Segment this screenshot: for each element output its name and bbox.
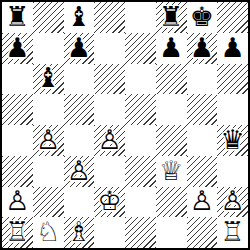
square-h4[interactable]: ♛ [217,125,248,156]
square-f2[interactable] [156,187,187,218]
square-h1[interactable]: ♖ [217,217,248,248]
black-bishop[interactable]: ♝ [67,3,91,30]
square-c8[interactable]: ♝ [64,2,95,33]
square-f5[interactable] [156,94,187,125]
white-pawn[interactable]: ♙ [36,126,60,153]
square-c6[interactable] [64,64,95,95]
white-king[interactable]: ♔ [98,187,122,214]
white-pawn[interactable]: ♙ [67,157,91,184]
square-a8[interactable]: ♜ [2,2,33,33]
square-f6[interactable] [156,64,187,95]
square-d6[interactable] [94,64,125,95]
white-queen[interactable]: ♕ [159,157,183,184]
square-f4[interactable] [156,125,187,156]
square-d8[interactable] [94,2,125,33]
square-e3[interactable] [125,156,156,187]
square-c7[interactable]: ♟ [64,33,95,64]
square-g2[interactable]: ♙ [187,187,218,218]
white-rook[interactable]: ♖ [5,218,29,245]
square-c1[interactable]: ♗ [64,217,95,248]
square-g6[interactable] [187,64,218,95]
square-f3[interactable]: ♕ [156,156,187,187]
square-d7[interactable] [94,33,125,64]
square-b2[interactable] [33,187,64,218]
square-a3[interactable] [2,156,33,187]
chess-diagram: ♜♝♜♚♟♟♟♟♟♝♙♙♛♙♕♙♔♙♙♖♘♗♖ [0,0,250,250]
square-c2[interactable] [64,187,95,218]
square-d2[interactable]: ♔ [94,187,125,218]
black-bishop[interactable]: ♝ [36,64,60,91]
square-d3[interactable] [94,156,125,187]
square-g5[interactable] [187,94,218,125]
square-a6[interactable] [2,64,33,95]
white-rook[interactable]: ♖ [221,218,245,245]
square-e4[interactable] [125,125,156,156]
white-knight[interactable]: ♘ [36,218,60,245]
square-h3[interactable] [217,156,248,187]
square-d1[interactable] [94,217,125,248]
square-h6[interactable] [217,64,248,95]
square-g7[interactable]: ♟ [187,33,218,64]
square-g3[interactable] [187,156,218,187]
square-a5[interactable] [2,94,33,125]
square-h5[interactable] [217,94,248,125]
square-b6[interactable]: ♝ [33,64,64,95]
square-a4[interactable] [2,125,33,156]
square-b7[interactable] [33,33,64,64]
square-e2[interactable] [125,187,156,218]
square-c4[interactable] [64,125,95,156]
white-pawn[interactable]: ♙ [5,187,29,214]
square-e1[interactable] [125,217,156,248]
square-g8[interactable]: ♚ [187,2,218,33]
black-pawn[interactable]: ♟ [159,34,183,61]
square-e7[interactable] [125,33,156,64]
black-pawn[interactable]: ♟ [190,34,214,61]
black-pawn[interactable]: ♟ [221,34,245,61]
square-c5[interactable] [64,94,95,125]
square-d5[interactable] [94,94,125,125]
square-a7[interactable]: ♟ [2,33,33,64]
square-h7[interactable]: ♟ [217,33,248,64]
square-e8[interactable] [125,2,156,33]
black-pawn[interactable]: ♟ [5,34,29,61]
square-f8[interactable]: ♜ [156,2,187,33]
black-pawn[interactable]: ♟ [67,34,91,61]
square-f7[interactable]: ♟ [156,33,187,64]
black-rook[interactable]: ♜ [5,3,29,30]
black-queen[interactable]: ♛ [221,126,245,153]
square-h8[interactable] [217,2,248,33]
square-f1[interactable] [156,217,187,248]
square-b3[interactable] [33,156,64,187]
square-c3[interactable]: ♙ [64,156,95,187]
square-d4[interactable]: ♙ [94,125,125,156]
square-g4[interactable] [187,125,218,156]
square-b4[interactable]: ♙ [33,125,64,156]
white-bishop[interactable]: ♗ [67,218,91,245]
square-a2[interactable]: ♙ [2,187,33,218]
chess-board: ♜♝♜♚♟♟♟♟♟♝♙♙♛♙♕♙♔♙♙♖♘♗♖ [0,0,250,250]
square-a1[interactable]: ♖ [2,217,33,248]
white-pawn[interactable]: ♙ [221,187,245,214]
square-b5[interactable] [33,94,64,125]
square-g1[interactable] [187,217,218,248]
square-b8[interactable] [33,2,64,33]
square-e5[interactable] [125,94,156,125]
white-pawn[interactable]: ♙ [98,126,122,153]
white-pawn[interactable]: ♙ [190,187,214,214]
square-b1[interactable]: ♘ [33,217,64,248]
square-h2[interactable]: ♙ [217,187,248,218]
black-rook[interactable]: ♜ [159,3,183,30]
black-king[interactable]: ♚ [190,3,214,30]
square-e6[interactable] [125,64,156,95]
